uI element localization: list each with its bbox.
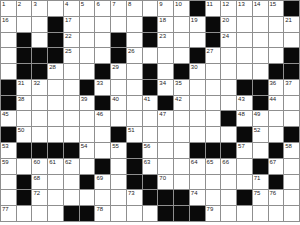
grid-cell[interactable] (95, 17, 111, 33)
grid-cell[interactable]: 17 (64, 17, 80, 33)
black-cell (284, 64, 300, 80)
grid-cell[interactable] (111, 206, 127, 222)
grid-cell[interactable]: 29 (111, 64, 127, 80)
black-cell (1, 80, 17, 96)
grid-cell[interactable]: 10 (174, 1, 190, 17)
black-cell (17, 64, 33, 80)
clue-number: 33 (96, 80, 103, 87)
grid-cell[interactable] (284, 33, 300, 49)
black-cell (143, 190, 159, 206)
grid-cell[interactable]: 32 (32, 80, 48, 96)
grid-cell[interactable] (269, 33, 285, 49)
clue-number: 36 (270, 80, 277, 87)
grid-cell[interactable] (32, 111, 48, 127)
grid-cell[interactable] (1, 64, 17, 80)
crossword-page: 1234567891011121314151617181920212223242… (0, 0, 300, 225)
clue-number: 7 (112, 1, 115, 8)
clue-number: 6 (96, 1, 99, 8)
grid-cell[interactable] (143, 1, 159, 17)
grid-cell[interactable]: 66 (221, 159, 237, 175)
grid-cell[interactable] (80, 17, 96, 33)
grid-cell[interactable]: 43 (237, 96, 253, 112)
grid-cell[interactable] (127, 206, 143, 222)
grid-cell[interactable] (206, 80, 222, 96)
grid-cell[interactable]: 18 (158, 17, 174, 33)
grid-cell[interactable] (253, 17, 269, 33)
grid-cell[interactable] (284, 159, 300, 175)
grid-cell[interactable]: 34 (158, 80, 174, 96)
black-cell (64, 206, 80, 222)
grid-cell[interactable]: 35 (174, 80, 190, 96)
grid-cell[interactable]: 54 (80, 143, 96, 159)
grid-cell[interactable] (253, 33, 269, 49)
grid-cell[interactable]: 25 (64, 48, 80, 64)
grid-cell[interactable] (190, 127, 206, 143)
black-cell (17, 143, 33, 159)
clue-number: 41 (144, 96, 151, 103)
clue-number: 57 (238, 143, 245, 150)
grid-cell[interactable]: 27 (206, 48, 222, 64)
grid-cell[interactable] (95, 48, 111, 64)
black-cell (95, 159, 111, 175)
black-cell (17, 190, 33, 206)
grid-cell[interactable] (269, 17, 285, 33)
clue-number: 53 (2, 143, 9, 150)
clue-number: 39 (81, 96, 88, 103)
grid-cell[interactable] (80, 127, 96, 143)
grid-cell[interactable] (190, 96, 206, 112)
grid-cell[interactable] (48, 190, 64, 206)
grid-cell[interactable] (64, 64, 80, 80)
grid-cell[interactable] (158, 48, 174, 64)
grid-cell[interactable] (48, 96, 64, 112)
grid-cell[interactable] (111, 190, 127, 206)
grid-cell[interactable] (1, 33, 17, 49)
grid-cell[interactable]: 64 (190, 159, 206, 175)
black-cell (206, 17, 222, 33)
grid-cell[interactable] (17, 206, 33, 222)
grid-cell[interactable] (64, 127, 80, 143)
black-cell (127, 175, 143, 191)
grid-cell[interactable]: 30 (190, 64, 206, 80)
black-cell (17, 48, 33, 64)
grid-cell[interactable]: 1 (1, 1, 17, 17)
grid-cell[interactable] (269, 48, 285, 64)
grid-cell[interactable]: 13 (237, 1, 253, 17)
clue-number: 31 (18, 80, 25, 87)
grid-cell[interactable] (190, 175, 206, 191)
clue-number: 29 (112, 64, 119, 71)
grid-cell[interactable] (32, 127, 48, 143)
grid-cell[interactable] (269, 111, 285, 127)
clue-number: 63 (144, 159, 151, 166)
clue-number: 52 (254, 127, 261, 134)
clue-number: 49 (254, 111, 261, 118)
clue-number: 19 (191, 17, 198, 24)
grid-cell[interactable] (17, 159, 33, 175)
clue-number: 64 (191, 159, 198, 166)
black-cell (284, 48, 300, 64)
clue-number: 65 (207, 159, 214, 166)
clue-number: 44 (270, 96, 277, 103)
grid-cell[interactable] (158, 143, 174, 159)
grid-cell[interactable]: 63 (143, 159, 159, 175)
grid-cell[interactable]: 79 (206, 206, 222, 222)
grid-cell[interactable] (237, 159, 253, 175)
clue-number: 4 (65, 1, 68, 8)
clue-number: 22 (65, 33, 72, 40)
grid-cell[interactable]: 52 (253, 127, 269, 143)
grid-cell[interactable] (237, 175, 253, 191)
clue-number: 76 (270, 190, 277, 197)
grid-cell[interactable]: 20 (221, 17, 237, 33)
grid-cell[interactable] (95, 127, 111, 143)
black-cell (80, 80, 96, 96)
grid-cell[interactable] (174, 143, 190, 159)
grid-cell[interactable] (206, 127, 222, 143)
grid-cell[interactable] (127, 64, 143, 80)
grid-cell[interactable] (174, 17, 190, 33)
grid-cell[interactable]: 33 (95, 80, 111, 96)
grid-cell[interactable]: 40 (111, 96, 127, 112)
grid-cell[interactable]: 9 (158, 1, 174, 17)
grid-cell[interactable]: 39 (80, 96, 96, 112)
black-cell (32, 48, 48, 64)
clue-number: 3 (33, 1, 36, 8)
grid-cell[interactable] (32, 206, 48, 222)
grid-cell[interactable]: 53 (1, 143, 17, 159)
grid-cell[interactable]: 51 (127, 127, 143, 143)
grid-cell[interactable]: 71 (253, 175, 269, 191)
grid-cell[interactable] (269, 206, 285, 222)
clue-number: 66 (222, 159, 229, 166)
grid-cell[interactable] (80, 33, 96, 49)
grid-cell[interactable] (284, 175, 300, 191)
grid-cell[interactable]: 7 (111, 1, 127, 17)
grid-cell[interactable]: 55 (111, 143, 127, 159)
grid-cell[interactable] (253, 48, 269, 64)
clue-number: 30 (191, 64, 198, 71)
grid-cell[interactable]: 28 (48, 64, 64, 80)
grid-cell[interactable] (253, 143, 269, 159)
grid-cell[interactable]: 46 (95, 111, 111, 127)
grid-cell[interactable] (64, 111, 80, 127)
grid-cell[interactable]: 37 (284, 80, 300, 96)
grid-cell[interactable] (269, 127, 285, 143)
grid-cell[interactable]: 62 (64, 159, 80, 175)
black-cell (174, 206, 190, 222)
black-cell (206, 143, 222, 159)
grid-cell[interactable] (253, 206, 269, 222)
clue-number: 26 (128, 48, 135, 55)
grid-cell[interactable] (221, 206, 237, 222)
grid-cell[interactable] (95, 190, 111, 206)
grid-cell[interactable] (111, 111, 127, 127)
grid-cell[interactable] (1, 48, 17, 64)
grid-cell[interactable] (158, 159, 174, 175)
grid-cell[interactable] (174, 48, 190, 64)
clue-number: 13 (238, 1, 245, 8)
black-cell (1, 96, 17, 112)
black-cell (174, 190, 190, 206)
grid-cell[interactable]: 5 (80, 1, 96, 17)
grid-cell[interactable]: 38 (17, 96, 33, 112)
clue-number: 46 (96, 111, 103, 118)
grid-cell[interactable]: 19 (190, 17, 206, 33)
black-cell (111, 48, 127, 64)
grid-cell[interactable]: 11 (206, 1, 222, 17)
grid-cell[interactable]: 47 (158, 111, 174, 127)
black-cell (190, 48, 206, 64)
grid-cell[interactable]: 8 (127, 1, 143, 17)
black-cell (17, 33, 33, 49)
black-cell (237, 190, 253, 206)
grid-cell[interactable] (143, 127, 159, 143)
clue-number: 50 (18, 127, 25, 134)
grid-cell[interactable]: 48 (237, 111, 253, 127)
grid-cell[interactable] (190, 111, 206, 127)
grid-cell[interactable]: 69 (95, 175, 111, 191)
grid-cell[interactable]: 26 (127, 48, 143, 64)
grid-cell[interactable] (80, 190, 96, 206)
grid-cell[interactable]: 76 (269, 190, 285, 206)
grid-cell[interactable]: 3 (32, 1, 48, 17)
clue-number: 10 (175, 1, 182, 8)
clue-number: 51 (128, 127, 135, 134)
clue-number: 1 (2, 1, 5, 8)
grid-cell[interactable]: 14 (253, 1, 269, 17)
grid-cell[interactable]: 45 (1, 111, 17, 127)
black-cell (111, 33, 127, 49)
black-cell (143, 33, 159, 49)
grid-cell[interactable]: 44 (269, 96, 285, 112)
grid-cell[interactable] (206, 175, 222, 191)
grid-cell[interactable] (237, 33, 253, 49)
grid-cell[interactable] (111, 175, 127, 191)
grid-cell[interactable] (237, 48, 253, 64)
black-cell (206, 33, 222, 49)
clue-number: 45 (2, 111, 9, 118)
black-cell (253, 96, 269, 112)
grid-cell[interactable] (190, 33, 206, 49)
grid-cell[interactable] (95, 33, 111, 49)
grid-cell[interactable] (206, 96, 222, 112)
grid-cell[interactable] (284, 190, 300, 206)
grid-cell[interactable] (174, 111, 190, 127)
grid-cell[interactable]: 60 (32, 159, 48, 175)
clue-number: 35 (175, 80, 182, 87)
clue-number: 21 (285, 17, 292, 24)
grid-cell[interactable] (206, 64, 222, 80)
black-cell (284, 1, 300, 17)
grid-cell[interactable]: 36 (269, 80, 285, 96)
grid-cell[interactable] (174, 127, 190, 143)
grid-cell[interactable] (206, 190, 222, 206)
grid-cell[interactable]: 78 (95, 206, 111, 222)
black-cell (190, 206, 206, 222)
grid-cell[interactable] (143, 206, 159, 222)
grid-cell[interactable] (143, 111, 159, 127)
clue-number: 34 (159, 80, 166, 87)
grid-cell[interactable] (111, 80, 127, 96)
black-cell (269, 64, 285, 80)
clue-number: 74 (191, 190, 198, 197)
black-cell (48, 17, 64, 33)
black-cell (190, 143, 206, 159)
grid-cell[interactable]: 57 (237, 143, 253, 159)
black-cell (48, 143, 64, 159)
grid-cell[interactable] (284, 96, 300, 112)
clue-number: 25 (65, 48, 72, 55)
grid-cell[interactable] (221, 190, 237, 206)
grid-cell[interactable]: 67 (269, 159, 285, 175)
grid-cell[interactable] (190, 80, 206, 96)
black-cell (158, 190, 174, 206)
grid-cell[interactable] (158, 127, 174, 143)
grid-cell[interactable] (221, 175, 237, 191)
grid-cell[interactable] (32, 96, 48, 112)
grid-cell[interactable] (32, 33, 48, 49)
black-cell (143, 17, 159, 33)
grid-cell[interactable]: 16 (1, 17, 17, 33)
clue-number: 18 (159, 17, 166, 24)
grid-cell[interactable] (80, 64, 96, 80)
grid-cell[interactable] (80, 159, 96, 175)
grid-cell[interactable] (80, 111, 96, 127)
black-cell (1, 127, 17, 143)
grid-cell[interactable] (221, 64, 237, 80)
clue-number: 79 (207, 206, 214, 213)
grid-cell[interactable] (80, 48, 96, 64)
grid-cell[interactable] (1, 190, 17, 206)
grid-cell[interactable]: 42 (174, 96, 190, 112)
grid-cell[interactable] (174, 33, 190, 49)
grid-cell[interactable] (237, 17, 253, 33)
grid-cell[interactable] (64, 96, 80, 112)
grid-cell[interactable] (48, 80, 64, 96)
grid-cell[interactable] (174, 175, 190, 191)
grid-cell[interactable]: 22 (64, 33, 80, 49)
black-cell (237, 80, 253, 96)
grid-cell[interactable]: 56 (143, 143, 159, 159)
grid-cell[interactable] (127, 96, 143, 112)
clue-number: 37 (285, 80, 292, 87)
grid-cell[interactable]: 21 (284, 17, 300, 33)
grid-cell[interactable] (221, 80, 237, 96)
grid-cell[interactable] (17, 17, 33, 33)
grid-cell[interactable] (237, 64, 253, 80)
grid-cell[interactable] (48, 175, 64, 191)
grid-cell[interactable] (17, 111, 33, 127)
grid-cell[interactable]: 41 (143, 96, 159, 112)
grid-cell[interactable] (64, 80, 80, 96)
grid-cell[interactable]: 12 (221, 1, 237, 17)
black-cell (95, 64, 111, 80)
grid-cell[interactable] (143, 48, 159, 64)
grid-cell[interactable] (95, 143, 111, 159)
grid-cell[interactable] (127, 80, 143, 96)
grid-cell[interactable] (221, 48, 237, 64)
black-cell (253, 80, 269, 96)
grid-cell[interactable] (127, 111, 143, 127)
grid-cell[interactable]: 72 (32, 190, 48, 206)
grid-cell[interactable] (127, 17, 143, 33)
grid-cell[interactable]: 73 (127, 190, 143, 206)
black-cell (64, 143, 80, 159)
grid-cell[interactable] (48, 1, 64, 17)
grid-cell[interactable]: 2 (17, 1, 33, 17)
grid-cell[interactable] (64, 175, 80, 191)
grid-cell[interactable] (1, 175, 17, 191)
clue-number: 20 (222, 17, 229, 24)
black-cell (80, 206, 96, 222)
clue-number: 72 (33, 190, 40, 197)
grid-cell[interactable] (48, 111, 64, 127)
clue-number: 2 (18, 1, 21, 8)
grid-cell[interactable] (111, 17, 127, 33)
grid-cell[interactable]: 74 (190, 190, 206, 206)
black-cell (32, 143, 48, 159)
grid-cell[interactable]: 50 (17, 127, 33, 143)
grid-cell[interactable]: 58 (284, 143, 300, 159)
grid-cell[interactable] (48, 127, 64, 143)
black-cell (190, 1, 206, 17)
grid-cell[interactable]: 77 (1, 206, 17, 222)
clue-number: 40 (112, 96, 119, 103)
grid-cell[interactable] (237, 206, 253, 222)
grid-cell[interactable] (284, 111, 300, 127)
black-cell (269, 143, 285, 159)
clue-number: 23 (159, 33, 166, 40)
clue-number: 60 (33, 159, 40, 166)
grid-cell[interactable] (32, 17, 48, 33)
grid-cell[interactable] (127, 33, 143, 49)
grid-cell[interactable] (221, 96, 237, 112)
grid-cell[interactable]: 15 (269, 1, 285, 17)
grid-cell[interactable]: 24 (221, 33, 237, 49)
black-cell (143, 80, 159, 96)
grid-cell[interactable]: 65 (206, 159, 222, 175)
black-cell (17, 175, 33, 191)
clue-number: 70 (159, 175, 166, 182)
clue-number: 59 (2, 159, 9, 166)
grid-cell[interactable]: 59 (1, 159, 17, 175)
grid-cell[interactable]: 49 (253, 111, 269, 127)
black-cell (48, 48, 64, 64)
black-cell (221, 111, 237, 127)
grid-cell[interactable]: 6 (95, 1, 111, 17)
grid-cell[interactable]: 75 (253, 190, 269, 206)
grid-cell[interactable] (64, 190, 80, 206)
grid-cell[interactable] (48, 206, 64, 222)
grid-cell[interactable]: 4 (64, 1, 80, 17)
grid-cell[interactable] (111, 159, 127, 175)
grid-cell[interactable]: 68 (32, 175, 48, 191)
grid-cell[interactable]: 31 (17, 80, 33, 96)
grid-cell[interactable]: 23 (158, 33, 174, 49)
clue-number: 69 (96, 175, 103, 182)
grid-cell[interactable] (206, 111, 222, 127)
grid-cell[interactable] (284, 206, 300, 222)
black-cell (80, 175, 96, 191)
grid-cell[interactable] (174, 159, 190, 175)
grid-cell[interactable] (158, 64, 174, 80)
grid-cell[interactable]: 61 (48, 159, 64, 175)
black-cell (127, 143, 143, 159)
grid-cell[interactable] (253, 64, 269, 80)
grid-cell[interactable] (221, 127, 237, 143)
grid-cell[interactable]: 70 (158, 175, 174, 191)
